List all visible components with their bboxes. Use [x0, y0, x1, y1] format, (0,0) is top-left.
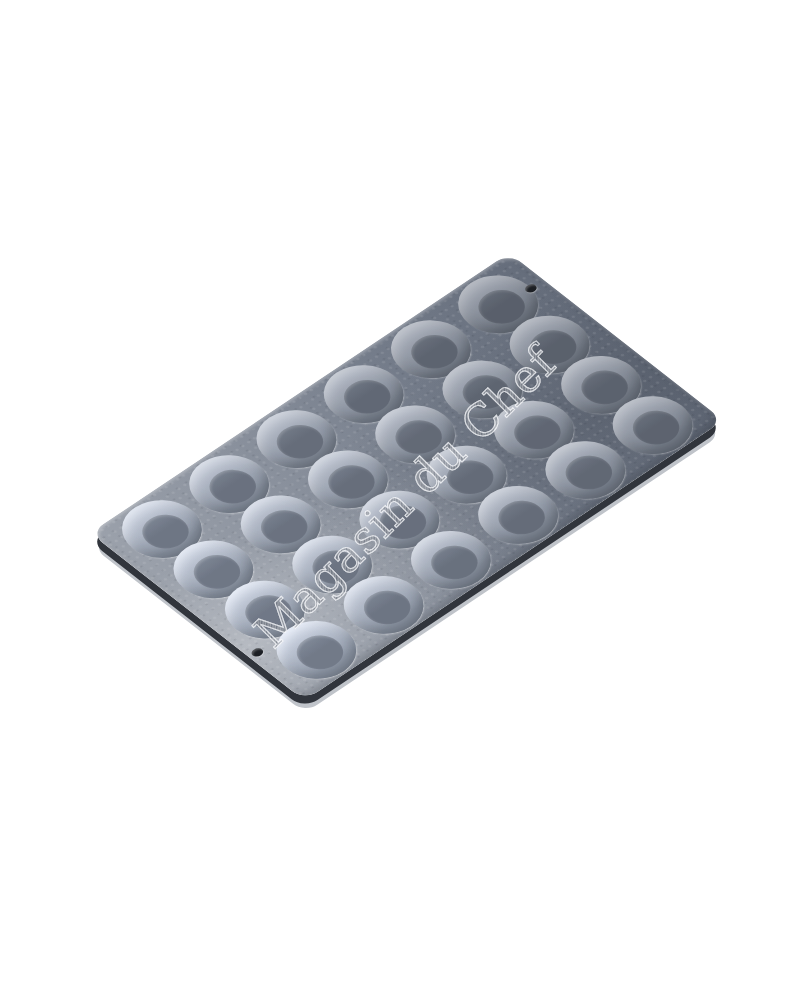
product-photo: Magasin du Chef — [0, 0, 800, 1000]
cavity-grid — [90, 253, 724, 701]
silicone-mould — [90, 253, 724, 701]
